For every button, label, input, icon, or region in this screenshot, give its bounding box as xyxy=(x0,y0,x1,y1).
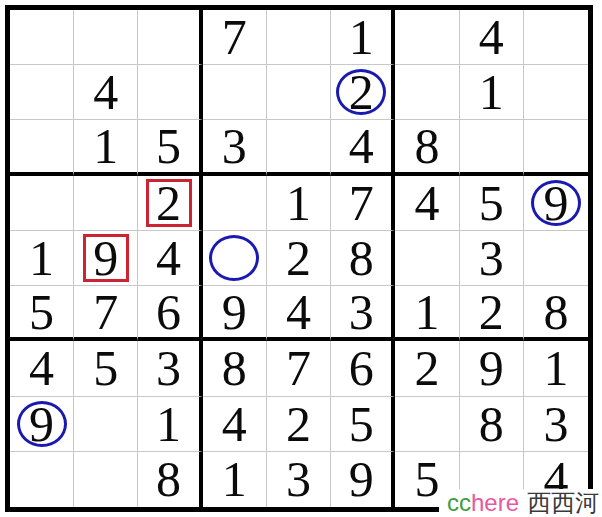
digit: 3 xyxy=(286,454,311,504)
cell-r3c2[interactable]: 1 xyxy=(74,120,138,175)
watermark-here: here xyxy=(471,489,519,516)
cell-r7c5[interactable]: 7 xyxy=(267,341,331,396)
digit: 5 xyxy=(479,178,504,228)
digit: 4 xyxy=(286,287,311,337)
digit: 1 xyxy=(93,121,118,171)
digit: 4 xyxy=(479,12,504,62)
cell-r5c1[interactable]: 1 xyxy=(10,231,74,286)
digit: 6 xyxy=(349,343,374,393)
digit: 8 xyxy=(479,399,504,449)
cell-r8c4[interactable]: 4 xyxy=(203,397,267,452)
cell-r6c6[interactable]: 3 xyxy=(331,286,395,341)
cell-r4c2[interactable] xyxy=(74,176,138,231)
cell-r8c6[interactable]: 5 xyxy=(331,397,395,452)
cell-r3c9[interactable] xyxy=(524,120,588,175)
digit: 3 xyxy=(543,399,568,449)
cell-r2c4[interactable] xyxy=(203,65,267,120)
cell-r9c3[interactable]: 8 xyxy=(138,452,202,507)
cell-r7c7[interactable]: 2 xyxy=(395,341,459,396)
cell-r1c5[interactable] xyxy=(267,10,331,65)
cell-r5c9[interactable] xyxy=(524,231,588,286)
cell-r8c1[interactable]: 9 xyxy=(10,397,74,452)
digit: 5 xyxy=(414,454,439,504)
digit: 4 xyxy=(414,178,439,228)
cell-r2c3[interactable] xyxy=(138,65,202,120)
digit: 1 xyxy=(286,178,311,228)
cell-r3c4[interactable]: 3 xyxy=(203,120,267,175)
cell-r6c1[interactable]: 5 xyxy=(10,286,74,341)
cell-r6c2[interactable]: 7 xyxy=(74,286,138,341)
watermark: cchere西西河 xyxy=(439,489,602,517)
cell-r5c7[interactable] xyxy=(395,231,459,286)
digit: 1 xyxy=(222,454,247,504)
cell-r3c3[interactable]: 5 xyxy=(138,120,202,175)
cell-r3c1[interactable] xyxy=(10,120,74,175)
cell-r7c4[interactable]: 8 xyxy=(203,341,267,396)
cell-r5c4[interactable] xyxy=(203,231,267,286)
digit: 8 xyxy=(222,343,247,393)
digit: 1 xyxy=(479,67,504,117)
digit: 1 xyxy=(543,343,568,393)
cell-r4c6[interactable]: 7 xyxy=(331,176,395,231)
cell-r1c2[interactable] xyxy=(74,10,138,65)
digit: 9 xyxy=(29,399,54,449)
digit: 8 xyxy=(543,287,568,337)
digit: 9 xyxy=(543,178,568,228)
digit: 6 xyxy=(156,287,181,337)
cell-r3c8[interactable] xyxy=(460,120,524,175)
digit: 9 xyxy=(222,287,247,337)
cell-r6c5[interactable]: 4 xyxy=(267,286,331,341)
cell-r8c8[interactable]: 8 xyxy=(460,397,524,452)
cell-r1c4[interactable]: 7 xyxy=(203,10,267,65)
cell-r6c3[interactable]: 6 xyxy=(138,286,202,341)
cell-r2c8[interactable]: 1 xyxy=(460,65,524,120)
sudoku-page: 7144211534821745919428357694312845387629… xyxy=(0,0,602,517)
cell-r4c7[interactable]: 4 xyxy=(395,176,459,231)
digit: 2 xyxy=(349,67,374,117)
digit: 2 xyxy=(479,287,504,337)
cell-r5c6[interactable]: 8 xyxy=(331,231,395,286)
cell-r1c9[interactable] xyxy=(524,10,588,65)
cell-r4c5[interactable]: 1 xyxy=(267,176,331,231)
blue-circle-annotation xyxy=(209,235,259,281)
digit: 9 xyxy=(479,343,504,393)
cell-r1c7[interactable] xyxy=(395,10,459,65)
digit: 5 xyxy=(29,287,54,337)
digit: 8 xyxy=(349,233,374,283)
cell-r5c5[interactable]: 2 xyxy=(267,231,331,286)
digit: 8 xyxy=(414,121,439,171)
cell-r1c8[interactable]: 4 xyxy=(460,10,524,65)
cell-r8c9[interactable]: 3 xyxy=(524,397,588,452)
cell-r1c1[interactable] xyxy=(10,10,74,65)
digit: 9 xyxy=(93,233,118,283)
digit: 4 xyxy=(156,233,181,283)
digit: 9 xyxy=(349,454,374,504)
cell-r4c8[interactable]: 5 xyxy=(460,176,524,231)
cell-r9c4[interactable]: 1 xyxy=(203,452,267,507)
cell-r1c3[interactable] xyxy=(138,10,202,65)
cell-r6c9[interactable]: 8 xyxy=(524,286,588,341)
digit: 1 xyxy=(29,233,54,283)
cell-r9c5[interactable]: 3 xyxy=(267,452,331,507)
cell-r4c3[interactable]: 2 xyxy=(138,176,202,231)
cell-r9c1[interactable] xyxy=(10,452,74,507)
digit: 4 xyxy=(222,399,247,449)
digit: 2 xyxy=(286,399,311,449)
sudoku-board: 7144211534821745919428357694312845387629… xyxy=(5,5,593,512)
cell-r4c9[interactable]: 9 xyxy=(524,176,588,231)
digit: 2 xyxy=(286,233,311,283)
digit: 4 xyxy=(29,343,54,393)
cell-r7c8[interactable]: 9 xyxy=(460,341,524,396)
digit: 5 xyxy=(156,121,181,171)
digit: 5 xyxy=(93,343,118,393)
cell-r3c6[interactable]: 4 xyxy=(331,120,395,175)
cell-r5c8[interactable]: 3 xyxy=(460,231,524,286)
digit: 5 xyxy=(349,399,374,449)
digit: 4 xyxy=(349,121,374,171)
cell-r3c5[interactable] xyxy=(267,120,331,175)
cell-r8c3[interactable]: 1 xyxy=(138,397,202,452)
cell-r6c4[interactable]: 9 xyxy=(203,286,267,341)
cell-r2c9[interactable] xyxy=(524,65,588,120)
cell-r9c2[interactable] xyxy=(74,452,138,507)
cell-r7c6[interactable]: 6 xyxy=(331,341,395,396)
digit: 1 xyxy=(349,12,374,62)
digit: 3 xyxy=(479,233,504,283)
cell-r8c7[interactable] xyxy=(395,397,459,452)
cell-r2c5[interactable] xyxy=(267,65,331,120)
cell-r4c1[interactable] xyxy=(10,176,74,231)
cell-r4c4[interactable] xyxy=(203,176,267,231)
digit: 1 xyxy=(414,287,439,337)
digit: 3 xyxy=(222,121,247,171)
cell-r1c6[interactable]: 1 xyxy=(331,10,395,65)
cell-r7c9[interactable]: 1 xyxy=(524,341,588,396)
cell-r7c2[interactable]: 5 xyxy=(74,341,138,396)
cell-r8c2[interactable] xyxy=(74,397,138,452)
digit: 2 xyxy=(156,178,181,228)
digit: 7 xyxy=(286,343,311,393)
cell-r3c7[interactable]: 8 xyxy=(395,120,459,175)
digit: 7 xyxy=(93,287,118,337)
cell-r2c1[interactable] xyxy=(10,65,74,120)
cell-r5c2[interactable]: 9 xyxy=(74,231,138,286)
cell-r9c6[interactable]: 9 xyxy=(331,452,395,507)
digit: 4 xyxy=(93,67,118,117)
cell-r6c7[interactable]: 1 xyxy=(395,286,459,341)
watermark-cc: cc xyxy=(447,489,471,516)
cell-r2c7[interactable] xyxy=(395,65,459,120)
cell-r8c5[interactable]: 2 xyxy=(267,397,331,452)
digit: 3 xyxy=(156,343,181,393)
digit: 2 xyxy=(414,343,439,393)
watermark-site: 西西河 xyxy=(527,489,599,517)
digit: 1 xyxy=(156,399,181,449)
digit: 8 xyxy=(156,454,181,504)
digit: 7 xyxy=(349,178,374,228)
cell-r7c3[interactable]: 3 xyxy=(138,341,202,396)
digit: 3 xyxy=(349,287,374,337)
cell-r5c3[interactable]: 4 xyxy=(138,231,202,286)
cell-r2c6[interactable]: 2 xyxy=(331,65,395,120)
digit: 7 xyxy=(222,12,247,62)
cell-r7c1[interactable]: 4 xyxy=(10,341,74,396)
cell-r2c2[interactable]: 4 xyxy=(74,65,138,120)
cell-r6c8[interactable]: 2 xyxy=(460,286,524,341)
